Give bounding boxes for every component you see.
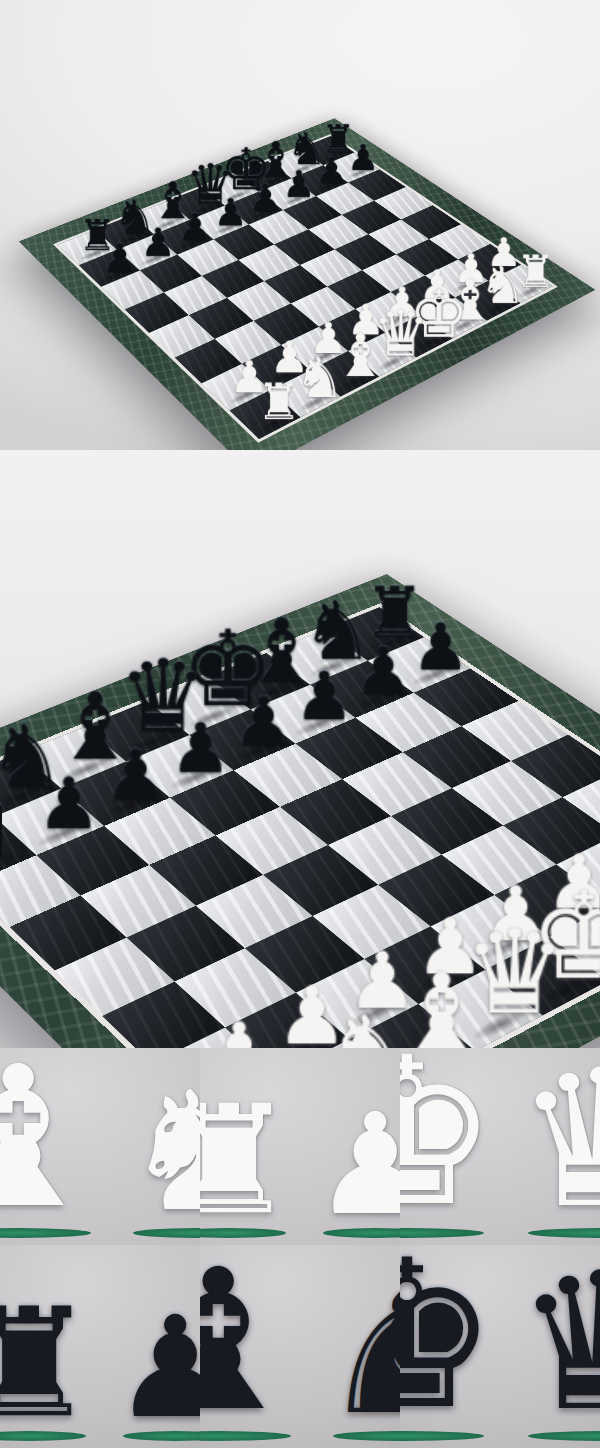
white-bishop-glyph: ♝ — [0, 1048, 105, 1235]
black-queen-glyph: ♛ — [515, 1248, 600, 1438]
gallery-tile-black-bishop-knight: ♝♞ — [200, 1245, 400, 1448]
white-pawn-icon: ♟ — [312, 1095, 400, 1235]
white-queen-glyph: ♛ — [515, 1048, 600, 1235]
square — [10, 895, 127, 970]
piece-gallery: ♝♞♜♟♚♛♜♟♝♞♚♛ — [0, 1048, 600, 1448]
white-rook-icon: ♜ — [200, 1085, 296, 1235]
gallery-tile-white-rook-pawn: ♜♟ — [200, 1048, 400, 1245]
white-rook: ♜ — [253, 378, 304, 427]
black-knight-icon: ♞ — [321, 1273, 400, 1438]
board-scene-top: ♜♞♝♛♚♝♞♜♟♟♟♟♟♟♟♟♟♟♟♟♟♟♟♟♜♞♝♛♚♝♞♜ — [0, 0, 600, 450]
black-pawn: ♟ — [136, 223, 180, 262]
gallery-tile-black-rook-pawn: ♜♟ — [0, 1245, 200, 1448]
gallery-tile-black-king-queen: ♚♛ — [400, 1245, 600, 1448]
black-bishop-glyph: ♝ — [200, 1245, 305, 1438]
black-king-glyph: ♚ — [400, 1245, 499, 1438]
black-pawn-icon: ♟ — [112, 1298, 200, 1438]
white-king-icon: ♚ — [400, 1048, 499, 1235]
gallery-tile-white-bishop-knight: ♝♞ — [0, 1048, 200, 1245]
white-knight-glyph: ♞ — [121, 1070, 200, 1235]
white-rook-glyph: ♜ — [200, 1085, 296, 1235]
black-rook-icon: ♜ — [0, 1288, 96, 1438]
white-king-glyph: ♚ — [400, 1048, 499, 1235]
black-king-icon: ♚ — [400, 1245, 499, 1438]
chess-board: ♜♞♝♛♚♝♞♜♟♟♟♟♟♟♟♟♟♟♟♟♟♟♟♟♜♞♝♛♚♝♞♜ — [0, 574, 600, 1048]
black-queen-icon: ♛ — [515, 1248, 600, 1438]
white-knight: ♞ — [322, 1002, 414, 1048]
black-pawn: ♟ — [29, 768, 109, 839]
black-pawn: ♟ — [98, 238, 143, 278]
white-pawn-glyph: ♟ — [312, 1095, 400, 1235]
chess-board: ♜♞♝♛♚♝♞♜♟♟♟♟♟♟♟♟♟♟♟♟♟♟♟♟♜♞♝♛♚♝♞♜ — [19, 118, 595, 450]
black-rook-glyph: ♜ — [0, 1288, 96, 1438]
board-closeup-photo: ♜♞♝♛♚♝♞♜♟♟♟♟♟♟♟♟♟♟♟♟♟♟♟♟♜♞♝♛♚♝♞♜ — [0, 450, 600, 1048]
black-bishop-icon: ♝ — [200, 1245, 305, 1438]
white-pawn: ♟ — [193, 1012, 284, 1048]
white-knight-icon: ♞ — [121, 1070, 200, 1235]
board-grid: ♜♞♝♛♚♝♞♜♟♟♟♟♟♟♟♟♟♟♟♟♟♟♟♟♜♞♝♛♚♝♞♜ — [0, 603, 600, 1048]
black-knight-glyph: ♞ — [321, 1273, 400, 1438]
white-bishop-icon: ♝ — [0, 1048, 105, 1235]
full-board-photo: ♜♞♝♛♚♝♞♜♟♟♟♟♟♟♟♟♟♟♟♟♟♟♟♟♜♞♝♛♚♝♞♜ — [0, 0, 600, 450]
board-grid: ♜♞♝♛♚♝♞♜♟♟♟♟♟♟♟♟♟♟♟♟♟♟♟♟♜♞♝♛♚♝♞♜ — [53, 134, 558, 443]
product-photo-collage: ♜♞♝♛♚♝♞♜♟♟♟♟♟♟♟♟♟♟♟♟♟♟♟♟♜♞♝♛♚♝♞♜ ♜♞♝♛♚♝♞… — [0, 0, 600, 1448]
square — [335, 234, 396, 270]
white-queen-icon: ♛ — [515, 1048, 600, 1235]
black-pawn-glyph: ♟ — [112, 1298, 200, 1438]
board-scene-closeup: ♜♞♝♛♚♝♞♜♟♟♟♟♟♟♟♟♟♟♟♟♟♟♟♟♜♞♝♛♚♝♞♜ — [0, 450, 600, 1048]
gallery-tile-white-king-queen: ♚♛ — [400, 1048, 600, 1245]
black-pawn: ♟ — [0, 796, 41, 868]
